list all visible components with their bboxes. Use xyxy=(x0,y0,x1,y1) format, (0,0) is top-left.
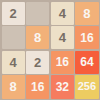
tile-r1c0 xyxy=(2,26,25,49)
tile-r1c1: 8 xyxy=(26,26,49,49)
tile-r2c1: 2 xyxy=(26,51,49,74)
tile-r2c2: 16 xyxy=(51,51,74,74)
tile-r2c0: 4 xyxy=(2,51,25,74)
tile-r3c2: 32 xyxy=(51,75,74,98)
tile-r1c3: 16 xyxy=(75,26,98,49)
tile-r1c2: 4 xyxy=(51,26,74,49)
tile-r0c3: 8 xyxy=(75,2,98,25)
tile-r3c0: 8 xyxy=(2,75,25,98)
tile-r0c2: 4 xyxy=(51,2,74,25)
tile-r3c3: 256 xyxy=(75,75,98,98)
tile-r3c1: 16 xyxy=(26,75,49,98)
tile-r0c0: 2 xyxy=(2,2,25,25)
tile-r0c1 xyxy=(26,2,49,25)
2048-board[interactable]: 2 4 8 8 4 16 4 2 16 64 8 16 32 256 xyxy=(0,0,100,100)
tile-r2c3: 64 xyxy=(75,51,98,74)
